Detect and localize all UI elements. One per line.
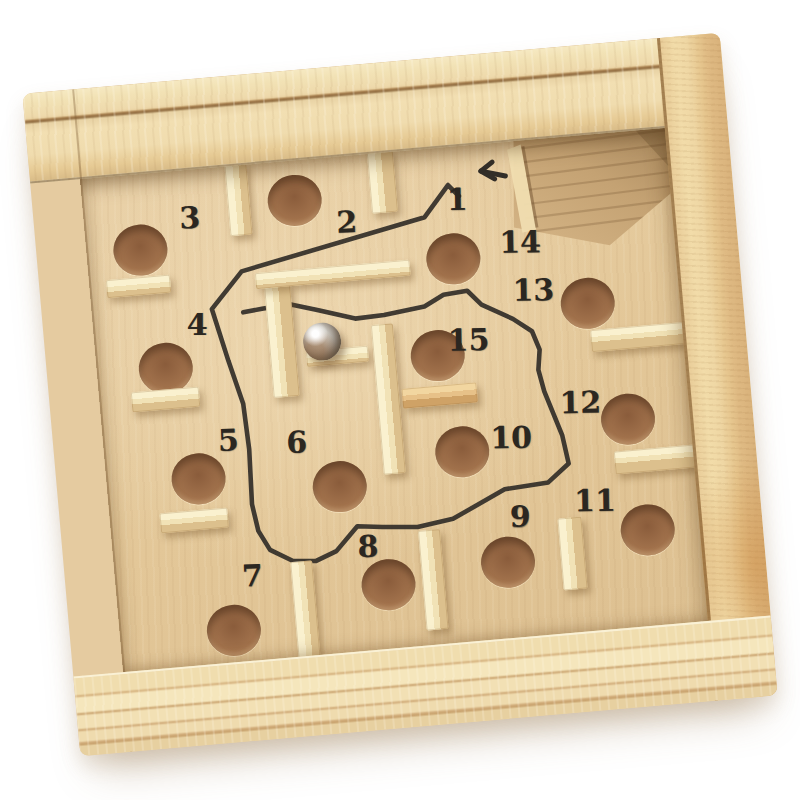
solution-path [203, 177, 575, 568]
maze-box[interactable]: 123456789101112131415 [22, 33, 777, 756]
photo-background: 123456789101112131415 [0, 0, 800, 800]
